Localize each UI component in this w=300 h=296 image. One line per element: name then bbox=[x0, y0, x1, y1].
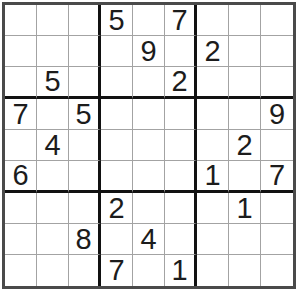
cell-r8c4-empty[interactable] bbox=[101, 224, 133, 255]
sudoku-board: 57925275942617218471 bbox=[2, 2, 296, 289]
cell-r7c3-empty[interactable] bbox=[69, 193, 101, 224]
cell-r3c5-empty[interactable] bbox=[133, 67, 165, 99]
cell-r3c4-empty[interactable] bbox=[101, 67, 133, 99]
cell-r3c3-empty[interactable] bbox=[69, 67, 101, 99]
cell-r4c4-empty[interactable] bbox=[101, 99, 133, 130]
cell-r2c6-empty[interactable] bbox=[165, 36, 197, 67]
cell-r8c3-given[interactable]: 8 bbox=[69, 224, 101, 255]
cell-r4c1-given[interactable]: 7 bbox=[5, 99, 37, 130]
cell-r5c6-empty[interactable] bbox=[165, 130, 197, 161]
cell-r6c8-empty[interactable] bbox=[229, 161, 261, 193]
cell-r7c6-empty[interactable] bbox=[165, 193, 197, 224]
cell-r6c7-given[interactable]: 1 bbox=[197, 161, 229, 193]
cell-r1c6-given[interactable]: 7 bbox=[165, 5, 197, 36]
cell-r6c5-empty[interactable] bbox=[133, 161, 165, 193]
cell-r1c4-given[interactable]: 5 bbox=[101, 5, 133, 36]
cell-r2c1-empty[interactable] bbox=[5, 36, 37, 67]
cell-r1c5-empty[interactable] bbox=[133, 5, 165, 36]
cell-r1c2-empty[interactable] bbox=[37, 5, 69, 36]
cell-r1c3-empty[interactable] bbox=[69, 5, 101, 36]
cell-r4c6-empty[interactable] bbox=[165, 99, 197, 130]
cell-r9c9-empty[interactable] bbox=[261, 255, 293, 286]
cell-r7c5-empty[interactable] bbox=[133, 193, 165, 224]
cell-r1c9-empty[interactable] bbox=[261, 5, 293, 36]
cell-r3c6-given[interactable]: 2 bbox=[165, 67, 197, 99]
cell-r4c2-empty[interactable] bbox=[37, 99, 69, 130]
cell-r4c9-given[interactable]: 9 bbox=[261, 99, 293, 130]
cell-r5c5-empty[interactable] bbox=[133, 130, 165, 161]
cell-r9c2-empty[interactable] bbox=[37, 255, 69, 286]
cell-r9c8-empty[interactable] bbox=[229, 255, 261, 286]
cell-r9c5-empty[interactable] bbox=[133, 255, 165, 286]
cell-r5c8-given[interactable]: 2 bbox=[229, 130, 261, 161]
cell-r5c3-empty[interactable] bbox=[69, 130, 101, 161]
cell-r3c7-empty[interactable] bbox=[197, 67, 229, 99]
cell-r9c7-empty[interactable] bbox=[197, 255, 229, 286]
cell-r9c3-empty[interactable] bbox=[69, 255, 101, 286]
cell-r7c8-given[interactable]: 1 bbox=[229, 193, 261, 224]
cell-r2c4-empty[interactable] bbox=[101, 36, 133, 67]
cell-r8c9-empty[interactable] bbox=[261, 224, 293, 255]
cell-r2c3-empty[interactable] bbox=[69, 36, 101, 67]
cell-r6c2-empty[interactable] bbox=[37, 161, 69, 193]
cell-r2c7-given[interactable]: 2 bbox=[197, 36, 229, 67]
sudoku-page: 57925275942617218471 bbox=[0, 0, 300, 296]
cell-r8c1-empty[interactable] bbox=[5, 224, 37, 255]
cell-r7c9-empty[interactable] bbox=[261, 193, 293, 224]
cell-r5c9-empty[interactable] bbox=[261, 130, 293, 161]
cell-r5c1-empty[interactable] bbox=[5, 130, 37, 161]
cell-r7c4-given[interactable]: 2 bbox=[101, 193, 133, 224]
cell-r4c3-given[interactable]: 5 bbox=[69, 99, 101, 130]
cell-r5c7-empty[interactable] bbox=[197, 130, 229, 161]
cell-r6c9-given[interactable]: 7 bbox=[261, 161, 293, 193]
cell-r8c7-empty[interactable] bbox=[197, 224, 229, 255]
cell-r6c4-empty[interactable] bbox=[101, 161, 133, 193]
cell-r3c9-empty[interactable] bbox=[261, 67, 293, 99]
cell-r8c2-empty[interactable] bbox=[37, 224, 69, 255]
cell-r6c1-given[interactable]: 6 bbox=[5, 161, 37, 193]
cell-r6c3-empty[interactable] bbox=[69, 161, 101, 193]
cell-r1c8-empty[interactable] bbox=[229, 5, 261, 36]
cell-r2c5-given[interactable]: 9 bbox=[133, 36, 165, 67]
cell-r4c7-empty[interactable] bbox=[197, 99, 229, 130]
cell-r5c2-given[interactable]: 4 bbox=[37, 130, 69, 161]
cell-r9c4-given[interactable]: 7 bbox=[101, 255, 133, 286]
cell-r3c8-empty[interactable] bbox=[229, 67, 261, 99]
cell-r4c8-empty[interactable] bbox=[229, 99, 261, 130]
cell-r1c1-empty[interactable] bbox=[5, 5, 37, 36]
cell-r5c4-empty[interactable] bbox=[101, 130, 133, 161]
cell-r6c6-empty[interactable] bbox=[165, 161, 197, 193]
cell-r3c2-given[interactable]: 5 bbox=[37, 67, 69, 99]
cell-r9c1-empty[interactable] bbox=[5, 255, 37, 286]
cell-r2c9-empty[interactable] bbox=[261, 36, 293, 67]
cell-r7c2-empty[interactable] bbox=[37, 193, 69, 224]
cell-r2c2-empty[interactable] bbox=[37, 36, 69, 67]
cell-r7c1-empty[interactable] bbox=[5, 193, 37, 224]
cell-r2c8-empty[interactable] bbox=[229, 36, 261, 67]
cell-r8c6-empty[interactable] bbox=[165, 224, 197, 255]
cell-r3c1-empty[interactable] bbox=[5, 67, 37, 99]
cell-r8c5-given[interactable]: 4 bbox=[133, 224, 165, 255]
cell-r8c8-empty[interactable] bbox=[229, 224, 261, 255]
cell-r4c5-empty[interactable] bbox=[133, 99, 165, 130]
cell-r1c7-empty[interactable] bbox=[197, 5, 229, 36]
cell-r9c6-given[interactable]: 1 bbox=[165, 255, 197, 286]
cell-r7c7-empty[interactable] bbox=[197, 193, 229, 224]
